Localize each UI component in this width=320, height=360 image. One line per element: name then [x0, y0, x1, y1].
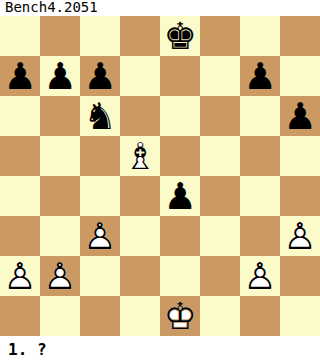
square-f3[interactable] [200, 216, 240, 256]
square-a6[interactable] [0, 96, 40, 136]
square-c3[interactable]: ♟♙ [80, 216, 120, 256]
square-b6[interactable] [40, 96, 80, 136]
square-c8[interactable] [80, 16, 120, 56]
square-d7[interactable] [120, 56, 160, 96]
square-c7[interactable]: ♟ [80, 56, 120, 96]
black-pawn-piece: ♟ [160, 176, 200, 216]
square-g1[interactable] [240, 296, 280, 336]
square-b1[interactable] [40, 296, 80, 336]
square-a4[interactable] [0, 176, 40, 216]
square-d3[interactable] [120, 216, 160, 256]
white-king-piece-outline: ♔ [160, 296, 200, 336]
white-bishop-piece-outline: ♗ [120, 136, 160, 176]
white-pawn-piece-outline: ♙ [240, 256, 280, 296]
black-pawn-piece: ♟ [80, 56, 120, 96]
square-b3[interactable] [40, 216, 80, 256]
square-a3[interactable] [0, 216, 40, 256]
square-h6[interactable]: ♟ [280, 96, 320, 136]
square-g4[interactable] [240, 176, 280, 216]
square-h2[interactable] [280, 256, 320, 296]
square-b8[interactable] [40, 16, 80, 56]
square-c1[interactable] [80, 296, 120, 336]
square-h1[interactable] [280, 296, 320, 336]
square-a5[interactable] [0, 136, 40, 176]
square-e6[interactable] [160, 96, 200, 136]
white-pawn-piece: ♟ [80, 216, 120, 256]
square-e7[interactable] [160, 56, 200, 96]
square-d8[interactable] [120, 16, 160, 56]
square-c2[interactable] [80, 256, 120, 296]
square-e3[interactable] [160, 216, 200, 256]
square-f4[interactable] [200, 176, 240, 216]
white-pawn-piece: ♟ [240, 256, 280, 296]
white-pawn-piece-outline: ♙ [40, 256, 80, 296]
square-e5[interactable] [160, 136, 200, 176]
white-king-piece: ♚ [160, 296, 200, 336]
white-pawn-piece: ♟ [280, 216, 320, 256]
square-f2[interactable] [200, 256, 240, 296]
square-a8[interactable] [0, 16, 40, 56]
square-g8[interactable] [240, 16, 280, 56]
square-h7[interactable] [280, 56, 320, 96]
white-pawn-piece-outline: ♙ [280, 216, 320, 256]
black-pawn-piece: ♟ [40, 56, 80, 96]
white-pawn-piece-outline: ♙ [0, 256, 40, 296]
square-g5[interactable] [240, 136, 280, 176]
move-prompt: 1. ? [0, 336, 320, 360]
white-bishop-piece: ♝ [120, 136, 160, 176]
square-e4[interactable]: ♟ [160, 176, 200, 216]
square-g6[interactable] [240, 96, 280, 136]
square-g2[interactable]: ♟♙ [240, 256, 280, 296]
square-e8[interactable]: ♚ [160, 16, 200, 56]
chess-diagram-window: Bench4.2051 ♚♟♟♟♟♞♟♝♗♟♟♙♟♙♟♙♟♙♟♙♚♔ 1. ? [0, 0, 320, 360]
square-a1[interactable] [0, 296, 40, 336]
square-e2[interactable] [160, 256, 200, 296]
square-d4[interactable] [120, 176, 160, 216]
chess-board: ♚♟♟♟♟♞♟♝♗♟♟♙♟♙♟♙♟♙♟♙♚♔ [0, 16, 320, 336]
square-b2[interactable]: ♟♙ [40, 256, 80, 296]
square-f5[interactable] [200, 136, 240, 176]
black-pawn-piece: ♟ [240, 56, 280, 96]
square-b4[interactable] [40, 176, 80, 216]
white-pawn-piece: ♟ [40, 256, 80, 296]
square-g7[interactable]: ♟ [240, 56, 280, 96]
square-d5[interactable]: ♝♗ [120, 136, 160, 176]
square-b7[interactable]: ♟ [40, 56, 80, 96]
square-h8[interactable] [280, 16, 320, 56]
diagram-title: Bench4.2051 [0, 0, 320, 16]
square-h3[interactable]: ♟♙ [280, 216, 320, 256]
black-pawn-piece: ♟ [0, 56, 40, 96]
square-h4[interactable] [280, 176, 320, 216]
square-g3[interactable] [240, 216, 280, 256]
black-knight-piece: ♞ [80, 96, 120, 136]
square-d2[interactable] [120, 256, 160, 296]
square-f6[interactable] [200, 96, 240, 136]
black-pawn-piece: ♟ [280, 96, 320, 136]
square-a2[interactable]: ♟♙ [0, 256, 40, 296]
square-c4[interactable] [80, 176, 120, 216]
white-pawn-piece: ♟ [0, 256, 40, 296]
square-f8[interactable] [200, 16, 240, 56]
square-d6[interactable] [120, 96, 160, 136]
square-h5[interactable] [280, 136, 320, 176]
square-f1[interactable] [200, 296, 240, 336]
square-d1[interactable] [120, 296, 160, 336]
square-f7[interactable] [200, 56, 240, 96]
white-pawn-piece-outline: ♙ [80, 216, 120, 256]
square-e1[interactable]: ♚♔ [160, 296, 200, 336]
square-b5[interactable] [40, 136, 80, 176]
square-c5[interactable] [80, 136, 120, 176]
square-a7[interactable]: ♟ [0, 56, 40, 96]
square-c6[interactable]: ♞ [80, 96, 120, 136]
black-king-piece: ♚ [160, 16, 200, 56]
